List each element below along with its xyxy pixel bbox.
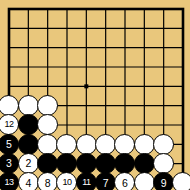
board-intersection	[154, 154, 173, 173]
stone-white	[172, 172, 190, 190]
board-intersection	[115, 154, 134, 173]
stone-white: 2	[18, 153, 39, 174]
board-intersection: 11	[77, 173, 96, 190]
board-intersection	[38, 115, 57, 134]
board-intersection: 2	[19, 154, 38, 173]
stone-white	[95, 134, 116, 155]
board-intersection: 13	[0, 173, 19, 190]
board-intersection	[19, 115, 38, 134]
stone-white: 12	[0, 114, 19, 135]
stone-white: 8	[37, 172, 58, 190]
move-number: 6	[122, 178, 128, 189]
board-intersection: 6	[115, 173, 134, 190]
stone-black	[76, 153, 97, 174]
stone-black	[56, 153, 77, 174]
board-intersection: 3	[0, 154, 19, 173]
stone-white	[114, 134, 135, 155]
board-intersection	[0, 96, 19, 115]
board-intersection	[96, 135, 115, 154]
stone-white: 6	[114, 172, 135, 190]
stone-black: 7	[95, 172, 116, 190]
move-number: 2	[25, 158, 31, 169]
move-number: 13	[5, 178, 14, 187]
move-number: 10	[63, 178, 72, 187]
stone-white	[18, 95, 39, 116]
stone-white	[153, 134, 174, 155]
board-intersection	[38, 154, 57, 173]
stone-white	[153, 153, 174, 174]
move-number: 5	[6, 139, 12, 150]
go-board-diagram: 1253213481011769	[0, 0, 190, 190]
move-number: 9	[161, 178, 167, 189]
move-number: 4	[25, 178, 31, 189]
board-intersection	[19, 135, 38, 154]
stone-white	[37, 114, 58, 135]
board-intersection	[135, 154, 154, 173]
stone-white	[134, 134, 155, 155]
board-intersection	[115, 135, 134, 154]
stone-black	[134, 153, 155, 174]
board-intersection	[77, 135, 96, 154]
stone-white	[76, 134, 97, 155]
stone-white: 10	[56, 172, 77, 190]
board-intersection	[38, 135, 57, 154]
stone-black	[18, 134, 39, 155]
stone-black: 3	[0, 153, 19, 174]
stone-white	[134, 172, 155, 190]
stone-white	[56, 134, 77, 155]
stone-black	[114, 153, 135, 174]
board-intersection	[135, 135, 154, 154]
board-intersection	[57, 154, 76, 173]
board-intersection	[135, 173, 154, 190]
stone-black: 5	[0, 134, 19, 155]
board-intersection	[57, 135, 76, 154]
board-intersection	[173, 173, 190, 190]
stone-white	[0, 95, 19, 116]
move-number: 7	[103, 178, 109, 189]
move-number: 3	[6, 158, 12, 169]
board-intersection: 9	[154, 173, 173, 190]
board-intersection: 4	[19, 173, 38, 190]
move-number: 12	[5, 120, 14, 129]
stone-black: 13	[0, 172, 19, 190]
board-intersection: 12	[0, 115, 19, 134]
stone-black: 11	[76, 172, 97, 190]
stone-white: 4	[18, 172, 39, 190]
stone-white	[37, 134, 58, 155]
stones-layer: 1253213481011769	[0, 0, 190, 190]
board-intersection	[77, 154, 96, 173]
board-intersection	[96, 154, 115, 173]
stone-black: 9	[153, 172, 174, 190]
board-intersection: 10	[57, 173, 76, 190]
stone-white	[37, 95, 58, 116]
stone-black	[18, 114, 39, 135]
board-intersection	[38, 96, 57, 115]
move-number: 11	[82, 178, 90, 187]
move-number: 8	[45, 178, 51, 189]
stone-black	[37, 153, 58, 174]
board-intersection: 8	[38, 173, 57, 190]
board-intersection: 7	[96, 173, 115, 190]
board-intersection	[154, 135, 173, 154]
board-intersection: 5	[0, 135, 19, 154]
board-intersection	[19, 96, 38, 115]
stone-black	[95, 153, 116, 174]
